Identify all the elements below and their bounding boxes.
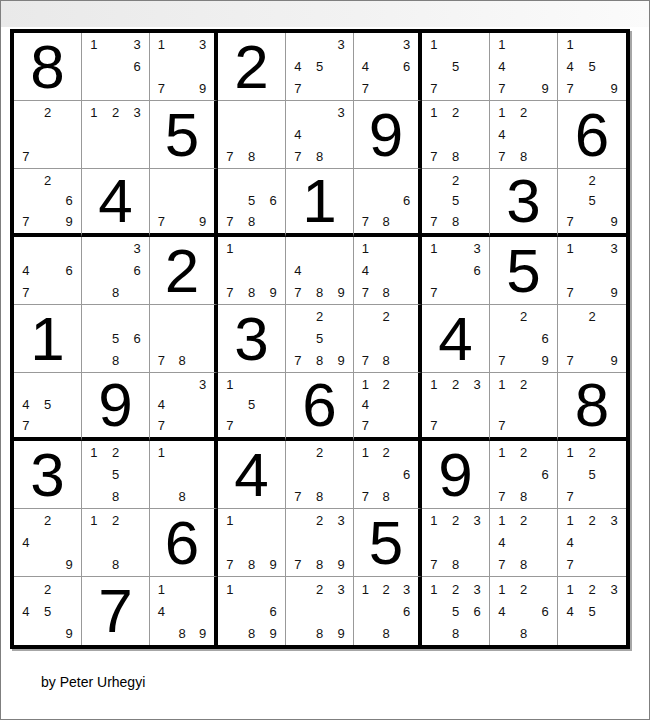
candidate-5: 5 xyxy=(105,328,127,350)
candidate-7: 7 xyxy=(219,553,241,575)
candidate-grid: 2579 xyxy=(559,170,625,232)
candidate-8: 8 xyxy=(376,281,397,303)
candidate-1: 1 xyxy=(83,442,105,464)
candidate-7: 7 xyxy=(423,211,445,232)
cell-r7c1[interactable]: 3 xyxy=(14,441,82,509)
cell-r9c7[interactable]: 123568 xyxy=(422,577,490,645)
candidate-1: 1 xyxy=(151,578,172,600)
candidate-8: 8 xyxy=(105,281,127,303)
cell-value: 2 xyxy=(218,33,285,100)
candidate-8: 8 xyxy=(376,622,397,644)
cell-r6c7[interactable]: 1237 xyxy=(422,373,490,441)
candidate-grid: 3478 xyxy=(287,102,352,167)
candidate-grid: 2578 xyxy=(423,170,488,232)
candidate-8: 8 xyxy=(241,553,263,575)
cell-r2c8[interactable]: 12478 xyxy=(490,101,558,169)
candidate-5: 5 xyxy=(309,56,331,78)
candidate-2: 2 xyxy=(376,578,397,600)
candidate-2: 2 xyxy=(309,578,331,600)
cell-value: 8 xyxy=(14,33,81,100)
cell-r3c5[interactable]: 1 xyxy=(286,169,354,237)
cell-r2c4[interactable]: 78 xyxy=(218,101,286,169)
candidate-5: 5 xyxy=(445,56,467,78)
candidate-5: 5 xyxy=(581,191,603,212)
cell-r4c3[interactable]: 2 xyxy=(150,237,218,305)
candidate-grid: 1257 xyxy=(559,442,625,507)
cell-value: 3 xyxy=(218,305,285,372)
candidate-grid: 279 xyxy=(559,306,625,371)
candidate-4: 4 xyxy=(355,260,376,282)
candidate-2: 2 xyxy=(376,306,397,328)
candidate-grid: 27 xyxy=(15,102,80,167)
candidate-8: 8 xyxy=(241,145,263,167)
candidate-4: 4 xyxy=(491,532,513,554)
candidate-8: 8 xyxy=(105,485,127,507)
candidate-grid: 78 xyxy=(151,306,213,371)
cell-r6c1[interactable]: 457 xyxy=(14,373,82,441)
cell-r7c5[interactable]: 278 xyxy=(286,441,354,509)
candidate-3: 3 xyxy=(126,102,148,124)
cell-r3c6[interactable]: 678 xyxy=(354,169,422,237)
cell-r5c6[interactable]: 278 xyxy=(354,305,422,373)
candidate-7: 7 xyxy=(151,349,172,371)
cell-r1c1[interactable]: 8 xyxy=(14,33,82,101)
candidate-6: 6 xyxy=(466,600,488,622)
candidate-grid: 18 xyxy=(151,442,213,507)
candidate-8: 8 xyxy=(513,622,535,644)
candidate-grid: 1379 xyxy=(559,238,625,303)
candidate-grid: 5678 xyxy=(219,170,284,232)
candidate-2: 2 xyxy=(376,374,397,395)
candidate-2: 2 xyxy=(513,442,535,464)
candidate-6: 6 xyxy=(534,600,556,622)
cell-value: 9 xyxy=(354,101,418,168)
cell-r1c7[interactable]: 157 xyxy=(422,33,490,101)
cell-r7c6[interactable]: 12678 xyxy=(354,441,422,509)
cell-r5c4[interactable]: 3 xyxy=(218,305,286,373)
candidate-8: 8 xyxy=(172,622,193,644)
candidate-5: 5 xyxy=(581,600,603,622)
candidate-9: 9 xyxy=(58,622,80,644)
candidate-7: 7 xyxy=(355,77,376,99)
candidate-1: 1 xyxy=(423,510,445,532)
cell-value: 7 xyxy=(82,577,149,645)
candidate-grid: 25789 xyxy=(287,306,352,371)
candidate-grid: 1247 xyxy=(355,374,417,436)
candidate-2: 2 xyxy=(105,102,127,124)
candidate-7: 7 xyxy=(423,415,445,436)
cell-r5c3[interactable]: 78 xyxy=(150,305,218,373)
candidate-9: 9 xyxy=(603,211,625,232)
cell-r2c5[interactable]: 3478 xyxy=(286,101,354,169)
cell-value: 5 xyxy=(150,101,214,168)
candidate-2: 2 xyxy=(445,102,467,124)
candidate-grid: 1689 xyxy=(219,578,284,644)
candidate-grid: 2679 xyxy=(491,306,556,371)
cell-value: 4 xyxy=(218,441,285,508)
cell-r6c4[interactable]: 157 xyxy=(218,373,286,441)
candidate-3: 3 xyxy=(192,34,213,56)
cell-value: 4 xyxy=(82,169,149,233)
cell-r3c4[interactable]: 5678 xyxy=(218,169,286,237)
cell-r7c7[interactable]: 9 xyxy=(422,441,490,509)
candidate-9: 9 xyxy=(534,349,556,371)
cell-r8c5[interactable]: 23789 xyxy=(286,509,354,577)
candidate-8: 8 xyxy=(241,211,263,232)
candidate-7: 7 xyxy=(491,553,513,575)
cell-r6c6[interactable]: 1247 xyxy=(354,373,422,441)
cell-value: 6 xyxy=(286,373,353,437)
cell-value: 3 xyxy=(14,441,81,508)
cell-r8c3[interactable]: 6 xyxy=(150,509,218,577)
candidate-8: 8 xyxy=(309,553,331,575)
candidate-2: 2 xyxy=(581,578,603,600)
candidate-grid: 1278 xyxy=(423,102,488,167)
cell-r9c3[interactable]: 1489 xyxy=(150,577,218,645)
candidate-1: 1 xyxy=(491,578,513,600)
cell-r8c7[interactable]: 12378 xyxy=(422,509,490,577)
candidate-grid: 12368 xyxy=(355,578,417,644)
cell-r3c2[interactable]: 4 xyxy=(82,169,150,237)
candidate-5: 5 xyxy=(37,600,59,622)
candidate-3: 3 xyxy=(466,510,488,532)
candidate-4: 4 xyxy=(15,395,37,416)
candidate-7: 7 xyxy=(287,485,309,507)
cell-r8c6[interactable]: 5 xyxy=(354,509,422,577)
candidate-grid: 12345 xyxy=(559,578,625,644)
candidate-3: 3 xyxy=(126,34,148,56)
cell-r5c1[interactable]: 1 xyxy=(14,305,82,373)
candidate-4: 4 xyxy=(15,532,37,554)
candidate-5: 5 xyxy=(445,191,467,212)
candidate-2: 2 xyxy=(581,170,603,191)
candidate-1: 1 xyxy=(559,238,581,260)
candidate-7: 7 xyxy=(491,349,513,371)
candidate-1: 1 xyxy=(559,34,581,56)
candidate-grid: 12478 xyxy=(491,102,556,167)
cell-r9c5[interactable]: 2389 xyxy=(286,577,354,645)
cell-r3c3[interactable]: 79 xyxy=(150,169,218,237)
cell-r2c6[interactable]: 9 xyxy=(354,101,422,169)
candidate-8: 8 xyxy=(172,485,193,507)
candidate-4: 4 xyxy=(287,260,309,282)
candidate-7: 7 xyxy=(219,415,241,436)
candidate-2: 2 xyxy=(513,102,535,124)
author-credit: by Peter Urhegyi xyxy=(41,674,145,690)
candidate-1: 1 xyxy=(559,442,581,464)
candidate-6: 6 xyxy=(396,191,417,212)
candidate-grid: 1489 xyxy=(151,578,213,644)
candidate-grid: 128 xyxy=(83,510,148,575)
candidate-8: 8 xyxy=(445,211,467,232)
cell-r8c2[interactable]: 128 xyxy=(82,509,150,577)
candidate-grid: 123 xyxy=(83,102,148,167)
candidate-1: 1 xyxy=(491,510,513,532)
candidate-grid: 136 xyxy=(83,34,148,99)
cell-r8c1[interactable]: 249 xyxy=(14,509,82,577)
cell-r2c1[interactable]: 27 xyxy=(14,101,82,169)
cell-r9c9[interactable]: 12345 xyxy=(558,577,626,645)
candidate-7: 7 xyxy=(355,281,376,303)
candidate-1: 1 xyxy=(491,374,513,395)
cell-r8c9[interactable]: 12347 xyxy=(558,509,626,577)
candidate-9: 9 xyxy=(58,211,80,232)
candidate-grid: 2459 xyxy=(15,578,80,644)
candidate-1: 1 xyxy=(151,34,172,56)
candidate-4: 4 xyxy=(151,600,172,622)
candidate-7: 7 xyxy=(423,553,445,575)
candidate-8: 8 xyxy=(445,622,467,644)
cell-r9c8[interactable]: 12468 xyxy=(490,577,558,645)
cell-value: 4 xyxy=(422,305,489,372)
candidate-7: 7 xyxy=(559,281,581,303)
candidate-2: 2 xyxy=(445,510,467,532)
candidate-1: 1 xyxy=(83,510,105,532)
candidate-1: 1 xyxy=(83,34,105,56)
candidate-4: 4 xyxy=(491,600,513,622)
candidate-7: 7 xyxy=(355,211,376,232)
candidate-8: 8 xyxy=(309,349,331,371)
candidate-4: 4 xyxy=(355,395,376,416)
cell-value: 3 xyxy=(490,169,557,233)
candidate-6: 6 xyxy=(262,600,284,622)
candidate-1: 1 xyxy=(559,510,581,532)
cell-value: 8 xyxy=(558,373,626,437)
cell-r3c1[interactable]: 2679 xyxy=(14,169,82,237)
candidate-7: 7 xyxy=(355,485,376,507)
candidate-7: 7 xyxy=(491,415,513,436)
cell-r5c2[interactable]: 568 xyxy=(82,305,150,373)
candidate-7: 7 xyxy=(287,145,309,167)
candidate-7: 7 xyxy=(355,349,376,371)
candidate-5: 5 xyxy=(37,395,59,416)
cell-r1c4[interactable]: 2 xyxy=(218,33,286,101)
candidate-grid: 79 xyxy=(151,170,213,232)
cell-r1c2[interactable]: 136 xyxy=(82,33,150,101)
candidate-grid: 12378 xyxy=(423,510,488,575)
candidate-grid: 1237 xyxy=(423,374,488,436)
candidate-8: 8 xyxy=(513,485,535,507)
cell-r4c5[interactable]: 4789 xyxy=(286,237,354,305)
cell-r4c4[interactable]: 1789 xyxy=(218,237,286,305)
candidate-8: 8 xyxy=(513,145,535,167)
cell-r4c1[interactable]: 467 xyxy=(14,237,82,305)
candidate-1: 1 xyxy=(219,238,241,260)
candidate-8: 8 xyxy=(445,553,467,575)
cell-r2c9[interactable]: 6 xyxy=(558,101,626,169)
candidate-grid: 157 xyxy=(423,34,488,99)
cell-value: 6 xyxy=(558,101,626,168)
candidate-9: 9 xyxy=(262,622,284,644)
cell-r8c8[interactable]: 12478 xyxy=(490,509,558,577)
candidate-8: 8 xyxy=(309,622,331,644)
cell-r1c9[interactable]: 14579 xyxy=(558,33,626,101)
cell-value: 2 xyxy=(150,237,214,304)
candidate-6: 6 xyxy=(58,191,80,212)
cell-r2c7[interactable]: 1278 xyxy=(422,101,490,169)
candidate-9: 9 xyxy=(58,553,80,575)
candidate-grid: 1379 xyxy=(151,34,213,99)
cell-r1c3[interactable]: 1379 xyxy=(150,33,218,101)
candidate-4: 4 xyxy=(287,56,309,78)
candidate-1: 1 xyxy=(219,510,241,532)
cell-r5c9[interactable]: 279 xyxy=(558,305,626,373)
candidate-grid: 278 xyxy=(355,306,417,371)
candidate-1: 1 xyxy=(423,34,445,56)
cell-r4c9[interactable]: 1379 xyxy=(558,237,626,305)
candidate-7: 7 xyxy=(491,485,513,507)
candidate-2: 2 xyxy=(105,510,127,532)
candidate-4: 4 xyxy=(559,56,581,78)
candidate-8: 8 xyxy=(376,485,397,507)
candidate-grid: 678 xyxy=(355,170,417,232)
candidate-8: 8 xyxy=(309,281,331,303)
cell-r3c7[interactable]: 2578 xyxy=(422,169,490,237)
cell-r1c8[interactable]: 1479 xyxy=(490,33,558,101)
candidate-8: 8 xyxy=(376,211,397,232)
cell-r7c2[interactable]: 1258 xyxy=(82,441,150,509)
cell-r4c7[interactable]: 1367 xyxy=(422,237,490,305)
cell-value: 9 xyxy=(82,373,149,437)
candidate-1: 1 xyxy=(423,102,445,124)
cell-r4c2[interactable]: 368 xyxy=(82,237,150,305)
cell-value: 5 xyxy=(354,509,418,576)
cell-r9c2[interactable]: 7 xyxy=(82,577,150,645)
candidate-6: 6 xyxy=(534,328,556,350)
candidate-7: 7 xyxy=(559,77,581,99)
cell-r7c3[interactable]: 18 xyxy=(150,441,218,509)
candidate-7: 7 xyxy=(559,349,581,371)
candidate-1: 1 xyxy=(219,374,241,395)
cell-r7c8[interactable]: 12678 xyxy=(490,441,558,509)
candidate-grid: 368 xyxy=(83,238,148,303)
candidate-7: 7 xyxy=(423,145,445,167)
candidate-4: 4 xyxy=(151,395,172,416)
cell-r6c3[interactable]: 347 xyxy=(150,373,218,441)
cell-r2c3[interactable]: 5 xyxy=(150,101,218,169)
candidate-4: 4 xyxy=(491,124,513,146)
cell-r6c2[interactable]: 9 xyxy=(82,373,150,441)
candidate-7: 7 xyxy=(151,77,172,99)
candidate-7: 7 xyxy=(559,485,581,507)
candidate-4: 4 xyxy=(355,56,376,78)
candidate-grid: 12478 xyxy=(491,510,556,575)
candidate-7: 7 xyxy=(15,211,37,232)
candidate-8: 8 xyxy=(445,145,467,167)
cell-r4c8[interactable]: 5 xyxy=(490,237,558,305)
cell-r3c8[interactable]: 3 xyxy=(490,169,558,237)
candidate-grid: 1258 xyxy=(83,442,148,507)
candidate-2: 2 xyxy=(376,442,397,464)
candidate-6: 6 xyxy=(396,600,417,622)
candidate-3: 3 xyxy=(466,374,488,395)
candidate-8: 8 xyxy=(172,349,193,371)
candidate-1: 1 xyxy=(83,102,105,124)
candidate-7: 7 xyxy=(491,77,513,99)
cell-r7c9[interactable]: 1257 xyxy=(558,441,626,509)
candidate-6: 6 xyxy=(126,260,148,282)
cell-r9c4[interactable]: 1689 xyxy=(218,577,286,645)
candidate-9: 9 xyxy=(262,281,284,303)
candidate-9: 9 xyxy=(603,349,625,371)
cell-r8c4[interactable]: 1789 xyxy=(218,509,286,577)
candidate-3: 3 xyxy=(330,510,352,532)
candidate-3: 3 xyxy=(466,578,488,600)
cell-r9c6[interactable]: 12368 xyxy=(354,577,422,645)
candidate-grid: 1789 xyxy=(219,510,284,575)
cell-r6c8[interactable]: 127 xyxy=(490,373,558,441)
candidate-1: 1 xyxy=(355,578,376,600)
cell-r5c5[interactable]: 25789 xyxy=(286,305,354,373)
cell-r7c4[interactable]: 4 xyxy=(218,441,286,509)
candidate-7: 7 xyxy=(219,211,241,232)
candidate-1: 1 xyxy=(423,238,445,260)
candidate-5: 5 xyxy=(309,328,331,350)
cell-r4c6[interactable]: 1478 xyxy=(354,237,422,305)
candidate-1: 1 xyxy=(491,102,513,124)
candidate-3: 3 xyxy=(330,34,352,56)
candidate-2: 2 xyxy=(309,306,331,328)
cell-value: 5 xyxy=(490,237,557,304)
candidate-3: 3 xyxy=(603,578,625,600)
candidate-grid: 127 xyxy=(491,374,556,436)
candidate-9: 9 xyxy=(330,553,352,575)
cell-r6c9[interactable]: 8 xyxy=(558,373,626,441)
candidate-5: 5 xyxy=(581,56,603,78)
candidate-9: 9 xyxy=(330,622,352,644)
cell-value: 6 xyxy=(150,509,214,576)
candidate-3: 3 xyxy=(396,34,417,56)
cell-r5c7[interactable]: 4 xyxy=(422,305,490,373)
candidate-1: 1 xyxy=(559,578,581,600)
cell-value: 9 xyxy=(422,441,489,508)
candidate-2: 2 xyxy=(445,578,467,600)
candidate-2: 2 xyxy=(105,442,127,464)
candidate-9: 9 xyxy=(534,77,556,99)
candidate-6: 6 xyxy=(396,464,417,486)
candidate-5: 5 xyxy=(105,464,127,486)
candidate-8: 8 xyxy=(241,281,263,303)
candidate-2: 2 xyxy=(513,306,535,328)
candidate-6: 6 xyxy=(126,56,148,78)
candidate-grid: 12468 xyxy=(491,578,556,644)
candidate-9: 9 xyxy=(330,281,352,303)
candidate-2: 2 xyxy=(37,102,59,124)
candidate-grid: 14579 xyxy=(559,34,625,99)
cell-r1c6[interactable]: 3467 xyxy=(354,33,422,101)
cell-r6c5[interactable]: 6 xyxy=(286,373,354,441)
candidate-7: 7 xyxy=(287,77,309,99)
candidate-2: 2 xyxy=(37,510,59,532)
cell-r3c9[interactable]: 2579 xyxy=(558,169,626,237)
candidate-1: 1 xyxy=(355,442,376,464)
candidate-grid: 2389 xyxy=(287,578,352,644)
candidate-1: 1 xyxy=(491,34,513,56)
cell-r5c8[interactable]: 2679 xyxy=(490,305,558,373)
cell-r9c1[interactable]: 2459 xyxy=(14,577,82,645)
candidate-3: 3 xyxy=(603,238,625,260)
candidate-3: 3 xyxy=(330,578,352,600)
candidate-grid: 249 xyxy=(15,510,80,575)
candidate-grid: 157 xyxy=(219,374,284,436)
candidate-8: 8 xyxy=(513,553,535,575)
candidate-4: 4 xyxy=(491,56,513,78)
candidate-8: 8 xyxy=(376,349,397,371)
cell-r2c2[interactable]: 123 xyxy=(82,101,150,169)
candidate-7: 7 xyxy=(287,349,309,371)
candidate-1: 1 xyxy=(423,578,445,600)
cell-r1c5[interactable]: 3457 xyxy=(286,33,354,101)
